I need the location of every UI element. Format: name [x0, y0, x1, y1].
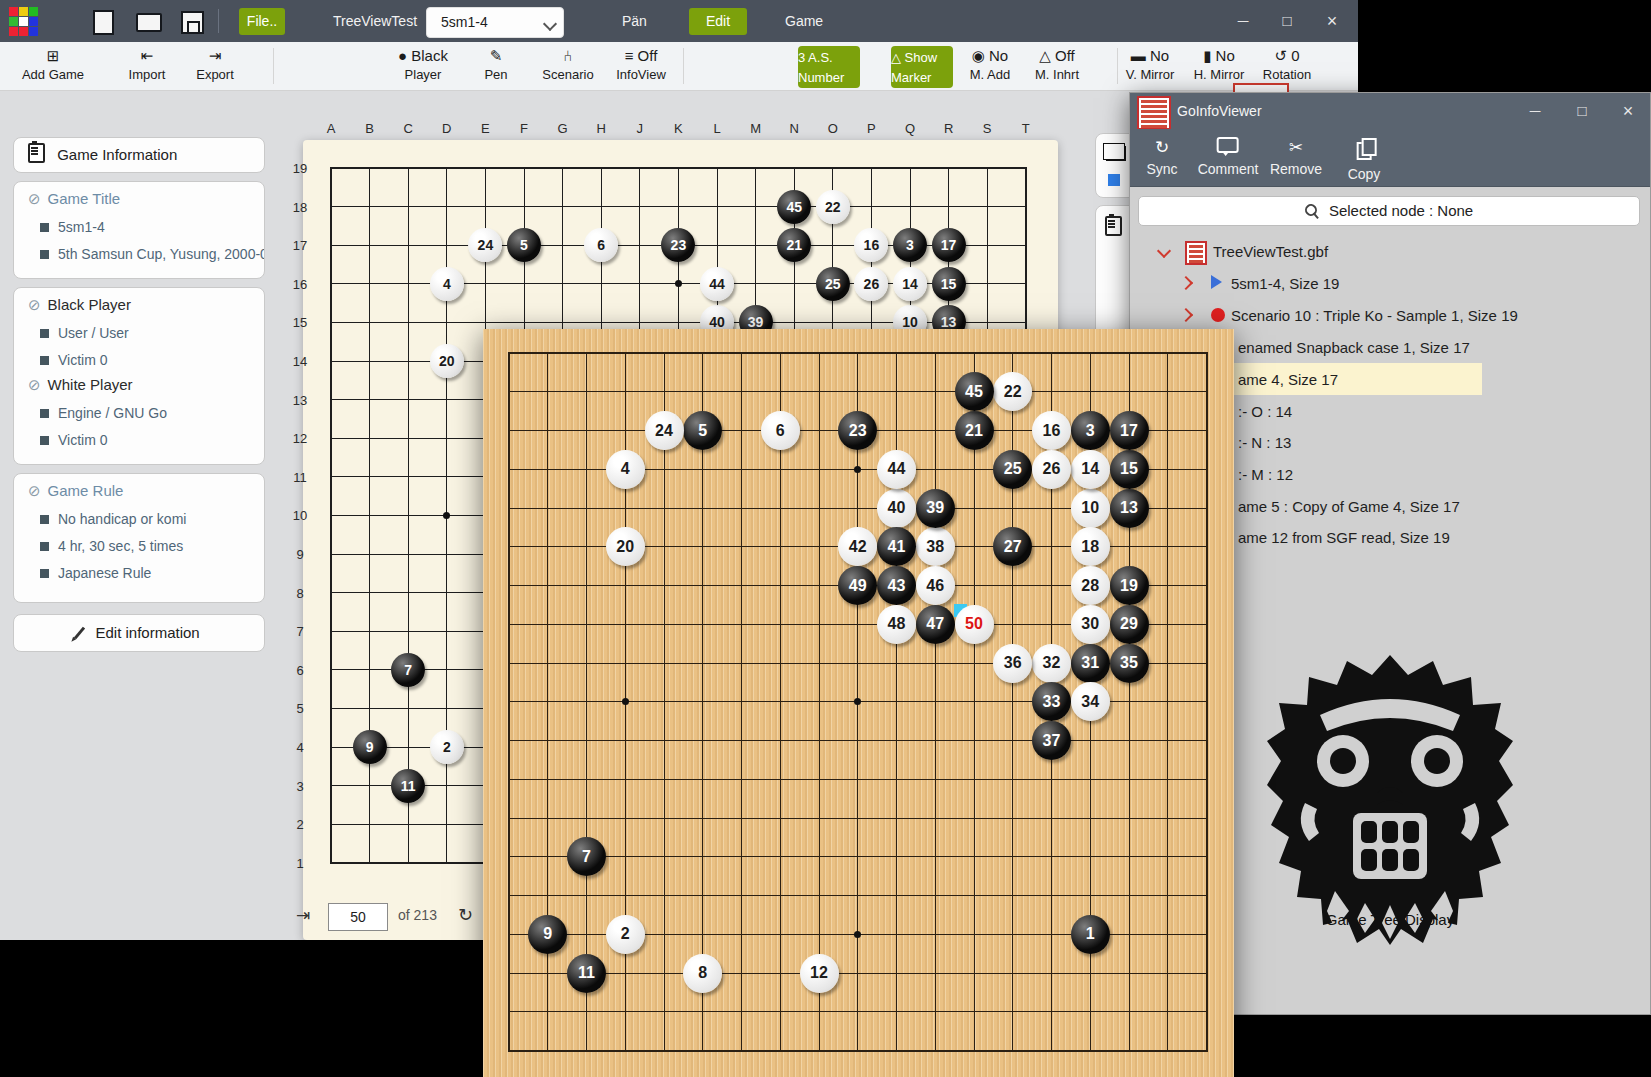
grid-line [974, 352, 975, 1052]
column-label: F [520, 121, 528, 136]
stone-9[interactable]: 9 [528, 915, 567, 954]
stone-32[interactable]: 32 [1032, 644, 1071, 683]
stone-7[interactable]: 7 [391, 653, 425, 687]
chevron-right-icon[interactable] [1179, 308, 1193, 322]
tree-stamp-icon [1185, 241, 1207, 265]
column-label: G [558, 121, 568, 136]
column-label: R [944, 121, 953, 136]
row-label: 9 [296, 547, 303, 562]
column-label: T [1022, 121, 1030, 136]
stone-47[interactable]: 47 [916, 605, 955, 644]
tree-item[interactable]: :- O : 14 [1238, 403, 1292, 420]
stone-35[interactable]: 35 [1110, 644, 1149, 683]
stone-25[interactable]: 25 [816, 267, 850, 301]
blue-square-icon[interactable] [1108, 174, 1120, 186]
stone-15[interactable]: 15 [932, 267, 966, 301]
stone-45[interactable]: 45 [777, 190, 811, 224]
row-label: 19 [293, 161, 307, 176]
stone-13[interactable]: 13 [1110, 489, 1149, 528]
grid-line [508, 740, 1208, 741]
row-label: 14 [293, 354, 307, 369]
stone-17[interactable]: 17 [932, 228, 966, 262]
column-label: K [674, 121, 683, 136]
stone-43[interactable]: 43 [877, 566, 916, 605]
column-label: A [327, 121, 336, 136]
column-label: L [713, 121, 720, 136]
tree-item[interactable]: Scenario 10 : Triple Ko - Sample 1, Size… [1231, 307, 1518, 324]
row-label: 16 [293, 276, 307, 291]
column-label: E [481, 121, 490, 136]
comment-label: Comment [1198, 161, 1259, 177]
row-label: 8 [296, 585, 303, 600]
lion-logo [1265, 653, 1515, 948]
copy-label: Copy [1348, 166, 1381, 182]
giv-maximize-button[interactable]: □ [1567, 101, 1597, 121]
copy-button[interactable]: Copy [1348, 137, 1381, 182]
stone-28[interactable]: 28 [1071, 566, 1110, 605]
row-label: 5 [296, 701, 303, 716]
stone-50[interactable]: 50 [955, 605, 994, 644]
star-point [675, 280, 682, 287]
column-label: N [789, 121, 798, 136]
row-label: 11 [293, 469, 307, 484]
stone-8[interactable]: 8 [683, 954, 722, 993]
selected-node-text: Selected node : None [1329, 202, 1473, 219]
scissors-icon: ✂ [1270, 137, 1322, 161]
remove-button[interactable]: ✂ Remove [1270, 137, 1322, 177]
column-label: B [365, 121, 374, 136]
stone-36[interactable]: 36 [993, 644, 1032, 683]
grid-line [508, 818, 1208, 819]
row-label: 13 [293, 392, 307, 407]
stone-20[interactable]: 20 [606, 527, 645, 566]
stone-21[interactable]: 21 [777, 228, 811, 262]
stone-16[interactable]: 16 [1032, 411, 1071, 450]
row-label: 12 [293, 431, 307, 446]
sync-icon: ↻ [1146, 137, 1177, 161]
stone-15[interactable]: 15 [1110, 450, 1149, 489]
filmstrip-icon[interactable] [1106, 146, 1126, 165]
stone-42[interactable]: 42 [838, 527, 877, 566]
stone-44[interactable]: 44 [700, 267, 734, 301]
goto-move-icon[interactable]: ⇥ [296, 905, 310, 926]
stone-49[interactable]: 49 [838, 566, 877, 605]
comment-button[interactable]: Comment [1198, 137, 1259, 177]
stone-23[interactable]: 23 [661, 228, 695, 262]
tree-item[interactable]: ame 5 : Copy of Game 4, Size 17 [1238, 498, 1460, 515]
desktop: File.. TreeViewTest 5sm1-4 Pän Edit Game… [0, 0, 1651, 1077]
grid-line [935, 352, 936, 1052]
chevron-down-icon[interactable] [1157, 244, 1171, 258]
star-point [854, 931, 861, 938]
stone-11[interactable]: 11 [567, 954, 606, 993]
stone-22[interactable]: 22 [816, 190, 850, 224]
tree-item[interactable]: TreeViewTest.gbf [1213, 243, 1328, 260]
comment-icon [1198, 137, 1259, 161]
grid-line [1167, 352, 1168, 1052]
selected-node-bar[interactable]: Selected node : None [1138, 196, 1640, 226]
stone-18[interactable]: 18 [1071, 527, 1110, 566]
tree-item[interactable]: ame 12 from SGF read, Size 19 [1238, 529, 1450, 546]
stone-9[interactable]: 9 [353, 730, 387, 764]
stone-14[interactable]: 14 [1071, 450, 1110, 489]
stone-23[interactable]: 23 [838, 411, 877, 450]
grid-line [508, 779, 1208, 780]
row-label: 6 [296, 662, 303, 677]
tree-item[interactable]: :- N : 13 [1238, 434, 1291, 451]
stone-16[interactable]: 16 [854, 228, 888, 262]
row-label: 18 [293, 199, 307, 214]
stone-29[interactable]: 29 [1110, 605, 1149, 644]
stone-20[interactable]: 20 [430, 344, 464, 378]
play-icon [1211, 275, 1222, 289]
stone-21[interactable]: 21 [955, 411, 994, 450]
grid-line [508, 1011, 1208, 1012]
stone-7[interactable]: 7 [567, 837, 606, 876]
row-label: 3 [296, 778, 303, 793]
stone-2[interactable]: 2 [606, 915, 645, 954]
foreground-go-board[interactable]: 1234567891011121314151617181920212223242… [483, 329, 1234, 1077]
grid-line [508, 895, 1208, 896]
stone-31[interactable]: 31 [1071, 644, 1110, 683]
column-label: C [403, 121, 412, 136]
chevron-right-icon[interactable] [1179, 276, 1193, 290]
grid-line [508, 973, 1208, 974]
stone-37[interactable]: 37 [1032, 721, 1071, 760]
sync-label: Sync [1146, 161, 1177, 177]
stone-40[interactable]: 40 [877, 489, 916, 528]
stone-38[interactable]: 38 [916, 527, 955, 566]
stone-24[interactable]: 24 [645, 411, 684, 450]
goinfoviewer-title: GoInfoViewer [1177, 93, 1262, 129]
column-label: Q [905, 121, 915, 136]
star-point [443, 512, 450, 519]
star-point [622, 698, 629, 705]
stone-1[interactable]: 1 [1071, 915, 1110, 954]
notes-icon[interactable] [1105, 216, 1130, 237]
row-label: 4 [296, 740, 303, 755]
stone-22[interactable]: 22 [993, 372, 1032, 411]
stone-4[interactable]: 4 [430, 267, 464, 301]
stone-3[interactable]: 3 [893, 228, 927, 262]
giv-minimize-button[interactable]: ─ [1520, 101, 1550, 121]
row-label: 15 [293, 315, 307, 330]
grid-line [508, 856, 1208, 857]
move-total-label: of 213 [398, 907, 437, 923]
goinfoviewer-stamp-icon [1137, 96, 1171, 130]
stone-12[interactable]: 12 [800, 954, 839, 993]
stone-10[interactable]: 10 [1071, 489, 1110, 528]
grid-line [1206, 352, 1208, 1052]
row-label: 1 [296, 855, 303, 870]
stone-5[interactable]: 5 [507, 228, 541, 262]
row-label: 2 [296, 817, 303, 832]
stone-26[interactable]: 26 [1032, 450, 1071, 489]
stone-45[interactable]: 45 [955, 372, 994, 411]
stone-14[interactable]: 14 [893, 267, 927, 301]
column-label: S [983, 121, 992, 136]
row-label: 10 [293, 508, 307, 523]
stone-3[interactable]: 3 [1071, 411, 1110, 450]
star-point [854, 698, 861, 705]
stone-5[interactable]: 5 [683, 411, 722, 450]
row-label: 7 [296, 624, 303, 639]
column-label: J [637, 121, 644, 136]
wooden-board-window: 1234567891011121314151617181920212223242… [483, 329, 1234, 1077]
move-number-input[interactable]: 50 [328, 903, 388, 931]
stone-27[interactable]: 27 [993, 527, 1032, 566]
stone-24[interactable]: 24 [468, 228, 502, 262]
red-dot-icon [1211, 308, 1225, 322]
pin-icon [1302, 202, 1319, 219]
stone-11[interactable]: 11 [391, 769, 425, 803]
column-label: M [750, 121, 761, 136]
sync-button[interactable]: ↻ Sync [1146, 137, 1177, 177]
stone-48[interactable]: 48 [877, 605, 916, 644]
stone-41[interactable]: 41 [877, 527, 916, 566]
stone-33[interactable]: 33 [1032, 682, 1071, 721]
stone-26[interactable]: 26 [854, 267, 888, 301]
star-point [854, 466, 861, 473]
stone-2[interactable]: 2 [430, 730, 464, 764]
stone-46[interactable]: 46 [916, 566, 955, 605]
column-label: O [828, 121, 838, 136]
goinfoviewer-toolbar: ↻ Sync Comment ✂ Remove Copy [1130, 129, 1650, 187]
stone-44[interactable]: 44 [877, 450, 916, 489]
tree-item[interactable]: 5sm1-4, Size 19 [1231, 275, 1339, 292]
stone-25[interactable]: 25 [993, 450, 1032, 489]
stone-17[interactable]: 17 [1110, 411, 1149, 450]
row-label: 17 [293, 238, 307, 253]
giv-close-button[interactable]: × [1613, 101, 1643, 121]
copy-icon [1348, 137, 1381, 166]
grid-line [508, 1050, 1208, 1052]
stone-30[interactable]: 30 [1071, 605, 1110, 644]
tree-item[interactable]: :- M : 12 [1238, 466, 1293, 483]
stone-6[interactable]: 6 [761, 411, 800, 450]
stone-19[interactable]: 19 [1110, 566, 1149, 605]
remove-label: Remove [1270, 161, 1322, 177]
column-label: P [867, 121, 876, 136]
replay-icon[interactable]: ↻ [458, 904, 473, 926]
column-label: H [596, 121, 605, 136]
stone-34[interactable]: 34 [1071, 682, 1110, 721]
column-label: D [442, 121, 451, 136]
tree-item[interactable]: enamed Snapback case 1, Size 17 [1238, 339, 1470, 356]
stone-39[interactable]: 39 [916, 489, 955, 528]
tree-item[interactable]: ame 4, Size 17 [1238, 371, 1338, 388]
stone-4[interactable]: 4 [606, 450, 645, 489]
goinfoviewer-title-bar: GoInfoViewer ─ □ × [1130, 93, 1650, 129]
stone-6[interactable]: 6 [584, 228, 618, 262]
